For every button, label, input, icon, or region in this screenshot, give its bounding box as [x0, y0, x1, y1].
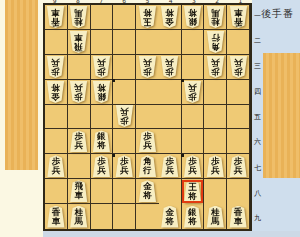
square-23[interactable]: 歩兵 — [204, 55, 227, 80]
square-27[interactable]: 歩兵 — [204, 154, 227, 179]
square-57[interactable]: 角行 — [136, 154, 159, 179]
square-64[interactable] — [113, 80, 136, 105]
piece-sente-pawn[interactable]: 歩兵 — [92, 155, 111, 177]
square-41[interactable]: 金将 — [159, 5, 182, 30]
square-73[interactable]: 歩兵 — [91, 55, 114, 80]
rank-label: 四 — [252, 79, 263, 104]
piece-sente-bishop[interactable]: 角行 — [138, 155, 157, 177]
square-95[interactable] — [45, 105, 68, 130]
piece-gote-pawn[interactable]: 歩兵 — [92, 56, 111, 78]
square-52[interactable] — [136, 30, 159, 55]
square-13[interactable]: 歩兵 — [227, 55, 250, 80]
piece-gote-gold[interactable]: 金将 — [160, 6, 179, 28]
square-31[interactable]: 銀将 — [182, 5, 205, 30]
file-label: 4 — [159, 0, 182, 4]
square-62[interactable] — [113, 30, 136, 55]
square-37[interactable]: 歩兵 — [182, 154, 205, 179]
piece-sente-knight[interactable]: 桂馬 — [69, 206, 88, 228]
square-88[interactable]: 飛車 — [68, 179, 91, 204]
square-86[interactable]: 歩兵 — [68, 129, 91, 154]
gote-piece-stand — [263, 53, 300, 178]
file-label: 1 — [229, 0, 252, 4]
square-35[interactable] — [182, 105, 205, 130]
piece-sente-silver[interactable]: 銀将 — [183, 206, 202, 228]
square-56[interactable]: 歩兵 — [136, 129, 159, 154]
piece-gote-lance[interactable]: 香車 — [229, 6, 248, 28]
piece-sente-lance[interactable]: 香車 — [46, 206, 65, 228]
piece-sente-pawn[interactable]: 歩兵 — [183, 155, 202, 177]
piece-gote-knight[interactable]: 桂馬 — [206, 6, 225, 28]
rank-label: 六 — [252, 130, 263, 155]
square-18[interactable] — [227, 179, 250, 204]
bottom-strip — [43, 231, 300, 237]
file-label: 9 — [43, 0, 66, 4]
square-91[interactable]: 香車 — [45, 5, 68, 30]
square-46[interactable] — [159, 129, 182, 154]
piece-sente-gold[interactable]: 金将 — [138, 180, 157, 202]
piece-gote-silver[interactable]: 銀将 — [92, 81, 111, 103]
square-43[interactable]: 歩兵 — [159, 55, 182, 80]
hoshi-dot — [112, 154, 115, 157]
rank-label: 八 — [252, 180, 263, 205]
square-96[interactable] — [45, 129, 68, 154]
rank-label: 一 — [252, 3, 263, 28]
hoshi-dot — [112, 79, 115, 82]
square-25[interactable] — [204, 105, 227, 130]
square-33[interactable] — [182, 55, 205, 80]
square-59[interactable] — [136, 204, 159, 229]
square-14[interactable] — [227, 80, 250, 105]
rank-label: 五 — [252, 104, 263, 129]
square-38[interactable]: 王将 — [182, 179, 205, 204]
file-label: 2 — [206, 0, 229, 4]
square-92[interactable] — [45, 30, 68, 55]
square-36[interactable] — [182, 129, 205, 154]
rank-labels: 一二三四五六七八九 — [252, 3, 263, 231]
piece-sente-knight[interactable]: 桂馬 — [206, 206, 225, 228]
piece-sente-rook[interactable]: 飛車 — [69, 180, 88, 202]
square-48[interactable] — [159, 179, 182, 204]
piece-gote-bishop[interactable]: 角行 — [206, 31, 225, 53]
square-89[interactable]: 桂馬 — [68, 204, 91, 229]
piece-gote-gold[interactable]: 金将 — [46, 81, 65, 103]
square-58[interactable]: 金将 — [136, 179, 159, 204]
square-22[interactable]: 角行 — [204, 30, 227, 55]
piece-sente-pawn[interactable]: 歩兵 — [46, 155, 65, 177]
square-44[interactable] — [159, 80, 182, 105]
square-94[interactable]: 金将 — [45, 80, 68, 105]
piece-sente-pawn[interactable]: 歩兵 — [229, 155, 248, 177]
piece-gote-pawn[interactable]: 歩兵 — [160, 56, 179, 78]
square-19[interactable]: 香車 — [227, 204, 250, 229]
square-32[interactable] — [182, 30, 205, 55]
square-93[interactable]: 歩兵 — [45, 55, 68, 80]
piece-gote-knight[interactable]: 桂馬 — [69, 6, 88, 28]
square-76[interactable]: 銀将 — [91, 129, 114, 154]
square-61[interactable] — [113, 5, 136, 30]
square-85[interactable] — [68, 105, 91, 130]
square-69[interactable] — [113, 204, 136, 229]
file-label: 3 — [182, 0, 205, 4]
file-labels: 987654321 — [43, 0, 252, 4]
square-71[interactable] — [91, 5, 114, 30]
square-79[interactable] — [91, 204, 114, 229]
square-51[interactable]: 玉将 — [136, 5, 159, 30]
last-move-highlight — [182, 180, 203, 203]
piece-sente-lance[interactable]: 香車 — [229, 206, 248, 228]
rank-label: 九 — [252, 206, 263, 231]
square-68[interactable] — [113, 179, 136, 204]
square-16[interactable] — [227, 129, 250, 154]
piece-gote-pawn[interactable]: 歩兵 — [183, 81, 202, 103]
square-54[interactable] — [136, 80, 159, 105]
square-49[interactable]: 金将 — [159, 204, 182, 229]
square-45[interactable] — [159, 105, 182, 130]
file-label: 6 — [113, 0, 136, 4]
file-label: 5 — [136, 0, 159, 4]
piece-gote-pawn[interactable]: 歩兵 — [69, 81, 88, 103]
square-67[interactable]: 歩兵 — [113, 154, 136, 179]
turn-indicator: 後手番 — [261, 7, 294, 21]
square-87[interactable] — [68, 154, 91, 179]
square-53[interactable]: 歩兵 — [136, 55, 159, 80]
piece-gote-pawn[interactable]: 歩兵 — [206, 56, 225, 78]
shogi-app: 後手番 987654321 一二三四五六七八九 香車桂馬玉将金将銀将桂馬香車飛車… — [0, 0, 300, 237]
square-99[interactable]: 香車 — [45, 204, 68, 229]
square-66[interactable] — [113, 129, 136, 154]
piece-gote-pawn[interactable]: 歩兵 — [138, 56, 157, 78]
square-77[interactable]: 歩兵 — [91, 154, 114, 179]
square-84[interactable]: 歩兵 — [68, 80, 91, 105]
square-15[interactable] — [227, 105, 250, 130]
piece-gote-pawn[interactable]: 歩兵 — [46, 56, 65, 78]
piece-sente-pawn[interactable]: 歩兵 — [138, 130, 157, 152]
piece-gote-pawn[interactable]: 歩兵 — [115, 105, 134, 127]
square-75[interactable] — [91, 105, 114, 130]
piece-sente-pawn[interactable]: 歩兵 — [206, 155, 225, 177]
piece-sente-pawn[interactable]: 歩兵 — [69, 130, 88, 152]
square-98[interactable] — [45, 179, 68, 204]
square-82[interactable]: 飛車 — [68, 30, 91, 55]
piece-gote-lance[interactable]: 香車 — [46, 6, 65, 28]
square-34[interactable]: 歩兵 — [182, 80, 205, 105]
piece-sente-pawn[interactable]: 歩兵 — [160, 155, 179, 177]
hoshi-dot — [181, 79, 184, 82]
square-12[interactable] — [227, 30, 250, 55]
shogi-board: 香車桂馬玉将金将銀将桂馬香車飛車角行歩兵歩兵歩兵歩兵歩兵歩兵金将歩兵銀将歩兵歩兵… — [43, 3, 252, 231]
file-label: 8 — [66, 0, 89, 4]
square-28[interactable] — [204, 179, 227, 204]
square-97[interactable]: 歩兵 — [45, 154, 68, 179]
square-72[interactable] — [91, 30, 114, 55]
square-83[interactable] — [68, 55, 91, 80]
square-11[interactable]: 香車 — [227, 5, 250, 30]
square-47[interactable]: 歩兵 — [159, 154, 182, 179]
file-label: 7 — [89, 0, 112, 4]
square-29[interactable]: 桂馬 — [204, 204, 227, 229]
left-piece-stand — [5, 0, 38, 170]
rank-label: 三 — [252, 54, 263, 79]
square-17[interactable]: 歩兵 — [227, 154, 250, 179]
square-24[interactable] — [204, 80, 227, 105]
square-42[interactable] — [159, 30, 182, 55]
square-21[interactable]: 桂馬 — [204, 5, 227, 30]
square-78[interactable] — [91, 179, 114, 204]
square-39[interactable]: 銀将 — [182, 204, 205, 229]
square-81[interactable]: 桂馬 — [68, 5, 91, 30]
square-65[interactable]: 歩兵 — [113, 105, 136, 130]
square-63[interactable] — [113, 55, 136, 80]
hoshi-dot — [181, 154, 184, 157]
piece-sente-pawn[interactable]: 歩兵 — [115, 155, 134, 177]
rank-label: 二 — [252, 28, 263, 53]
square-26[interactable] — [204, 129, 227, 154]
piece-gote-rook[interactable]: 飛車 — [69, 31, 88, 53]
piece-gote-pawn[interactable]: 歩兵 — [229, 56, 248, 78]
piece-gote-king[interactable]: 玉将 — [138, 6, 157, 28]
piece-gote-silver[interactable]: 銀将 — [183, 6, 202, 28]
piece-sente-gold[interactable]: 金将 — [160, 206, 179, 228]
piece-sente-silver[interactable]: 銀将 — [92, 130, 111, 152]
rank-label: 七 — [252, 155, 263, 180]
square-74[interactable]: 銀将 — [91, 80, 114, 105]
square-55[interactable] — [136, 105, 159, 130]
